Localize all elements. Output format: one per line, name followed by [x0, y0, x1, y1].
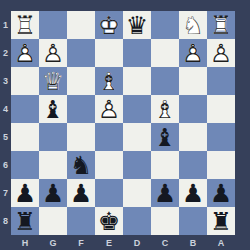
square-g2[interactable]: ♟♙ — [39, 39, 67, 67]
chess-diagram: 12345678 ♜♖♚♔♛♞♘♜♖♟♙♟♙♟♙♟♙♛♕♝♗♝♟♙♝♗♝♞♟♟♟… — [0, 0, 250, 250]
square-a1[interactable]: ♜♖ — [207, 11, 235, 39]
rank-label-6: 6 — [0, 151, 11, 179]
square-c5[interactable]: ♝ — [151, 123, 179, 151]
square-f5[interactable] — [67, 123, 95, 151]
square-d7[interactable] — [123, 179, 151, 207]
rank-label-5: 5 — [0, 123, 11, 151]
square-b4[interactable] — [179, 95, 207, 123]
white-pawn-a2: ♟♙ — [207, 39, 235, 67]
white-pawn-e4: ♟♙ — [95, 95, 123, 123]
white-pawn-b2: ♟♙ — [179, 39, 207, 67]
rank-labels: 12345678 — [0, 11, 11, 235]
black-pawn-b7: ♟ — [179, 179, 207, 207]
black-pawn-g7: ♟ — [39, 179, 67, 207]
square-c6[interactable] — [151, 151, 179, 179]
square-c2[interactable] — [151, 39, 179, 67]
file-label-f: F — [67, 235, 95, 250]
square-g5[interactable] — [39, 123, 67, 151]
file-labels: HGFEDCBA — [11, 235, 235, 250]
chess-board: ♜♖♚♔♛♞♘♜♖♟♙♟♙♟♙♟♙♛♕♝♗♝♟♙♝♗♝♞♟♟♟♟♟♟♜♚♜ — [11, 11, 235, 235]
white-pawn-h2: ♟♙ — [11, 39, 39, 67]
file-label-c: C — [151, 235, 179, 250]
file-label-b: B — [179, 235, 207, 250]
square-b7[interactable]: ♟ — [179, 179, 207, 207]
rank-label-7: 7 — [0, 179, 11, 207]
square-d3[interactable] — [123, 67, 151, 95]
square-h4[interactable] — [11, 95, 39, 123]
square-g3[interactable]: ♛♕ — [39, 67, 67, 95]
white-pawn-g2: ♟♙ — [39, 39, 67, 67]
white-king-e1: ♚♔ — [95, 11, 123, 39]
square-e7[interactable] — [95, 179, 123, 207]
rank-label-4: 4 — [0, 95, 11, 123]
black-pawn-f7: ♟ — [67, 179, 95, 207]
square-f2[interactable] — [67, 39, 95, 67]
square-d5[interactable] — [123, 123, 151, 151]
white-rook-h1: ♜♖ — [11, 11, 39, 39]
square-a3[interactable] — [207, 67, 235, 95]
square-c4[interactable]: ♝♗ — [151, 95, 179, 123]
square-e6[interactable] — [95, 151, 123, 179]
square-f4[interactable] — [67, 95, 95, 123]
square-g6[interactable] — [39, 151, 67, 179]
square-f6[interactable]: ♞ — [67, 151, 95, 179]
square-a4[interactable] — [207, 95, 235, 123]
black-king-e8: ♚ — [95, 207, 123, 235]
file-label-a: A — [207, 235, 235, 250]
black-knight-f6: ♞ — [67, 151, 95, 179]
square-c8[interactable] — [151, 207, 179, 235]
black-pawn-h7: ♟ — [11, 179, 39, 207]
file-label-g: G — [39, 235, 67, 250]
rank-label-1: 1 — [0, 11, 11, 39]
square-e8[interactable]: ♚ — [95, 207, 123, 235]
white-rook-a1: ♜♖ — [207, 11, 235, 39]
black-pawn-a7: ♟ — [207, 179, 235, 207]
file-label-e: E — [95, 235, 123, 250]
square-b8[interactable] — [179, 207, 207, 235]
square-a2[interactable]: ♟♙ — [207, 39, 235, 67]
square-c1[interactable] — [151, 11, 179, 39]
black-bishop-g4: ♝ — [39, 95, 67, 123]
rank-label-8: 8 — [0, 207, 11, 235]
square-f7[interactable]: ♟ — [67, 179, 95, 207]
square-h2[interactable]: ♟♙ — [11, 39, 39, 67]
square-e4[interactable]: ♟♙ — [95, 95, 123, 123]
square-c7[interactable]: ♟ — [151, 179, 179, 207]
square-a7[interactable]: ♟ — [207, 179, 235, 207]
square-h8[interactable]: ♜ — [11, 207, 39, 235]
square-c3[interactable] — [151, 67, 179, 95]
square-h5[interactable] — [11, 123, 39, 151]
square-e1[interactable]: ♚♔ — [95, 11, 123, 39]
square-g7[interactable]: ♟ — [39, 179, 67, 207]
file-label-h: H — [11, 235, 39, 250]
white-bishop-c4: ♝♗ — [151, 95, 179, 123]
square-d6[interactable] — [123, 151, 151, 179]
square-h7[interactable]: ♟ — [11, 179, 39, 207]
black-pawn-c7: ♟ — [151, 179, 179, 207]
square-e5[interactable] — [95, 123, 123, 151]
square-h1[interactable]: ♜♖ — [11, 11, 39, 39]
square-b5[interactable] — [179, 123, 207, 151]
black-bishop-c5: ♝ — [151, 123, 179, 151]
square-b2[interactable]: ♟♙ — [179, 39, 207, 67]
square-a5[interactable] — [207, 123, 235, 151]
black-rook-a8: ♜ — [207, 207, 235, 235]
square-e2[interactable] — [95, 39, 123, 67]
square-h6[interactable] — [11, 151, 39, 179]
square-b1[interactable]: ♞♘ — [179, 11, 207, 39]
square-h3[interactable] — [11, 67, 39, 95]
square-g8[interactable] — [39, 207, 67, 235]
square-d4[interactable] — [123, 95, 151, 123]
white-queen-g3: ♛♕ — [39, 67, 67, 95]
square-a6[interactable] — [207, 151, 235, 179]
square-f8[interactable] — [67, 207, 95, 235]
square-f1[interactable] — [67, 11, 95, 39]
rank-label-2: 2 — [0, 39, 11, 67]
black-queen-d1: ♛ — [123, 11, 151, 39]
white-bishop-e3: ♝♗ — [95, 67, 123, 95]
square-g4[interactable]: ♝ — [39, 95, 67, 123]
file-label-d: D — [123, 235, 151, 250]
white-knight-b1: ♞♘ — [179, 11, 207, 39]
square-g1[interactable] — [39, 11, 67, 39]
square-b3[interactable] — [179, 67, 207, 95]
square-e3[interactable]: ♝♗ — [95, 67, 123, 95]
square-a8[interactable]: ♜ — [207, 207, 235, 235]
rank-label-3: 3 — [0, 67, 11, 95]
black-rook-h8: ♜ — [11, 207, 39, 235]
square-b6[interactable] — [179, 151, 207, 179]
square-f3[interactable] — [67, 67, 95, 95]
square-d2[interactable] — [123, 39, 151, 67]
square-d8[interactable] — [123, 207, 151, 235]
square-d1[interactable]: ♛ — [123, 11, 151, 39]
